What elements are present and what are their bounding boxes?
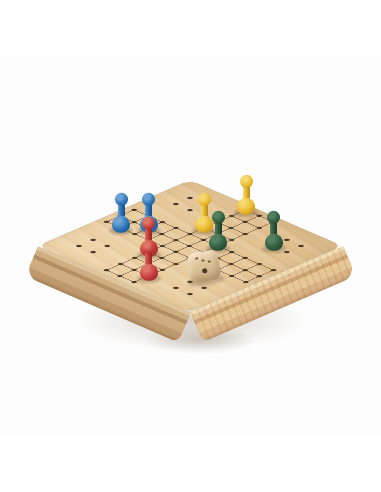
pawn-head xyxy=(142,241,155,254)
pawn-head xyxy=(115,193,128,206)
pawn-head xyxy=(142,217,155,230)
pawn-base xyxy=(237,198,255,215)
pawn-head xyxy=(198,193,211,206)
die-body xyxy=(187,249,222,283)
pawn-base xyxy=(265,234,283,251)
pawn-head xyxy=(142,193,155,206)
pawn-yellow-6[interactable] xyxy=(237,175,255,215)
pawn-head xyxy=(240,175,253,188)
pawn-base xyxy=(209,234,227,251)
pawn-green-8[interactable] xyxy=(265,211,283,251)
pawn-base xyxy=(140,264,158,281)
product-photo-scene xyxy=(0,0,381,492)
wooden-die[interactable] xyxy=(187,249,222,283)
pawn-red-4[interactable] xyxy=(140,241,158,281)
pawn-head xyxy=(267,211,280,224)
pawn-green-7[interactable] xyxy=(209,211,227,251)
pawn-base xyxy=(112,216,130,233)
pawn-blue-1[interactable] xyxy=(112,193,130,233)
pawn-head xyxy=(212,211,225,224)
